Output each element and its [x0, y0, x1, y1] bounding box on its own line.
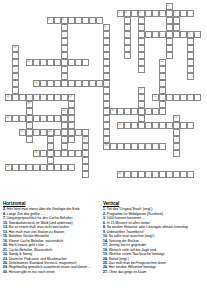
grid-cell[interactable]: 23: [103, 143, 110, 150]
clue-item: 12. Bei so einem muß man nicht weit lauf…: [3, 225, 97, 229]
clue-text: Standardversteck im Wald (und anderswo): [9, 221, 73, 225]
grid-cell[interactable]: 3: [124, 10, 131, 17]
clue-item: 14. Tarnung der Büchse ...: [103, 239, 204, 243]
grid-cell[interactable]: [103, 101, 110, 108]
clue-text: Umgangssprachlich für den Cache-Behälter: [7, 216, 73, 220]
grid-cell[interactable]: [12, 59, 19, 66]
grid-cell[interactable]: [61, 115, 68, 122]
grid-cell[interactable]: 29: [5, 164, 12, 171]
grid-cell[interactable]: [166, 38, 173, 45]
grid-cell[interactable]: [82, 80, 89, 87]
grid-cell[interactable]: [187, 52, 194, 59]
grid-cell[interactable]: [124, 52, 131, 59]
grid-cell[interactable]: 9: [187, 31, 194, 38]
grid-cell[interactable]: [103, 94, 110, 101]
clue-item: 9. Unbezahlter Traumberuf: [103, 230, 204, 234]
grid-cell[interactable]: 26: [33, 150, 40, 157]
grid-cell[interactable]: [61, 31, 68, 38]
grid-cell[interactable]: [40, 59, 47, 66]
grid-cell[interactable]: [54, 164, 61, 171]
grid-cell[interactable]: [68, 108, 75, 115]
grid-cell[interactable]: [12, 66, 19, 73]
grid-cell[interactable]: [68, 115, 75, 122]
grid-cell[interactable]: 13: [5, 94, 12, 101]
grid-cell[interactable]: 8: [103, 24, 110, 31]
grid-cell[interactable]: [166, 94, 173, 101]
grid-cell[interactable]: [138, 45, 145, 52]
grid-cell[interactable]: [173, 129, 180, 136]
grid-cell[interactable]: [173, 150, 180, 157]
grid-cell[interactable]: [68, 129, 75, 136]
grid-cell[interactable]: [47, 164, 54, 171]
clue-text: Rätsel (engl.): [109, 257, 129, 261]
grid-cell[interactable]: [75, 80, 82, 87]
grid-cell[interactable]: [131, 108, 138, 115]
grid-cell[interactable]: [159, 10, 166, 17]
grid-cell[interactable]: [173, 17, 180, 24]
grid-cell[interactable]: [173, 136, 180, 143]
clue-text: Wird bei einem 'Nachtcache' benötigt: [109, 252, 165, 256]
cell-number: 8: [104, 25, 106, 28]
grid-cell[interactable]: [40, 164, 47, 171]
clue-text: Teil des 'Original Stash' (engl.): [107, 207, 153, 211]
cell-number: 3: [125, 11, 127, 14]
grid-cell[interactable]: [82, 17, 89, 24]
cell-number: 1: [167, 4, 169, 7]
grid-cell[interactable]: [166, 52, 173, 59]
grid-cell[interactable]: [159, 31, 166, 38]
grid-cell[interactable]: 14: [159, 59, 166, 66]
grid-cell[interactable]: 19: [26, 101, 33, 108]
grid-cell[interactable]: 24: [61, 108, 68, 115]
crossword-page: { "game": "crossword (freeform German Kr…: [0, 0, 207, 300]
grid-cell[interactable]: [187, 38, 194, 45]
grid-cell[interactable]: 30: [117, 171, 124, 178]
clue-text: Hier lernt man etwas über die Geologie d…: [7, 207, 80, 211]
clue-item: 21. Cache-Behälter, Wasserdicht: [3, 248, 97, 252]
cell-number: 19: [27, 102, 30, 105]
grid-cell[interactable]: [54, 80, 61, 87]
grid-cell[interactable]: [103, 108, 110, 115]
grid-cell[interactable]: [54, 115, 61, 122]
grid-cell[interactable]: [194, 94, 201, 101]
cell-number: 24: [62, 109, 65, 112]
grid-cell[interactable]: [82, 129, 89, 136]
grid-cell[interactable]: [103, 45, 110, 52]
grid-cell[interactable]: [33, 115, 40, 122]
clue-text: Unliebsames Standard-Versteck, magnetisc…: [9, 261, 77, 265]
grid-cell[interactable]: [19, 94, 26, 101]
grid-cell[interactable]: [103, 52, 110, 59]
grid-cell[interactable]: [159, 73, 166, 80]
grid-cell[interactable]: [12, 52, 19, 59]
grid-cell[interactable]: [75, 59, 82, 66]
grid-cell[interactable]: [187, 73, 194, 80]
grid-cell[interactable]: [152, 143, 159, 150]
clue-item: 3. 1000 können bestimmt ...: [103, 216, 204, 220]
grid-cell[interactable]: [54, 150, 61, 157]
grid-cell[interactable]: [124, 122, 131, 129]
cell-number: 27: [83, 137, 86, 140]
grid-cell[interactable]: 10: [12, 45, 19, 52]
grid-cell[interactable]: [187, 59, 194, 66]
grid-cell[interactable]: [103, 73, 110, 80]
grid-cell[interactable]: [166, 17, 173, 24]
clue-text: In 15 Minuten ist alles vorbei: [107, 221, 150, 225]
grid-cell[interactable]: [68, 80, 75, 87]
grid-cell[interactable]: [33, 129, 40, 136]
grid-cell[interactable]: [26, 136, 33, 143]
grid-cell[interactable]: 16: [110, 108, 117, 115]
clue-text: So sollte man tauschen (engl.): [109, 234, 155, 238]
grid-cell[interactable]: 25: [173, 115, 180, 122]
grid-cell[interactable]: 5: [138, 10, 145, 17]
grid-cell[interactable]: [61, 66, 68, 73]
grid-cell[interactable]: [47, 157, 54, 164]
grid-cell[interactable]: [12, 87, 19, 94]
clue-text: Hier werden Hilfsmittel benötigt: [109, 265, 156, 269]
clue-text: Tarnung der Büchse ...: [109, 239, 143, 243]
grid-cell[interactable]: [138, 115, 145, 122]
grid-cell[interactable]: [12, 80, 19, 87]
grid-cell[interactable]: 1: [166, 3, 173, 10]
grid-cell[interactable]: [82, 164, 89, 171]
grid-cell[interactable]: [61, 164, 68, 171]
grid-cell[interactable]: [138, 143, 145, 150]
grid-cell[interactable]: [173, 171, 180, 178]
grid-cell[interactable]: [138, 101, 145, 108]
grid-cell[interactable]: [103, 115, 110, 122]
grid-cell[interactable]: [124, 17, 131, 24]
grid-cell[interactable]: [33, 164, 40, 171]
grid-cell[interactable]: [26, 164, 33, 171]
grid-cell[interactable]: [124, 45, 131, 52]
clue-item: 10. Standardversteck im Wald (und anders…: [3, 221, 97, 225]
grid-cell[interactable]: [187, 10, 194, 17]
grid-cell[interactable]: [82, 171, 89, 178]
grid-cell[interactable]: [68, 122, 75, 129]
down-heading: Vertical: [103, 201, 204, 206]
grid-cell[interactable]: [68, 59, 75, 66]
cell-number: 4: [48, 18, 50, 21]
grid-cell[interactable]: [47, 136, 54, 143]
grid-cell[interactable]: [159, 80, 166, 87]
grid-cell[interactable]: [82, 59, 89, 66]
grid-cell[interactable]: [26, 122, 33, 129]
grid-cell[interactable]: [152, 10, 159, 17]
clue-lists: Horizontal 2. Hier lernt man etwas über …: [0, 201, 207, 300]
grid-cell[interactable]: [26, 108, 33, 115]
grid-cell[interactable]: [124, 38, 131, 45]
grid-cell[interactable]: [173, 94, 180, 101]
grid-cell[interactable]: [145, 10, 152, 17]
cell-number: 30: [118, 172, 121, 175]
clue-item: 4. Lange Zeit das größte ...: [3, 212, 97, 216]
grid-cell[interactable]: [33, 94, 40, 101]
grid-cell[interactable]: [131, 171, 138, 178]
grid-cell[interactable]: [54, 129, 61, 136]
grid-cell[interactable]: [40, 150, 47, 157]
grid-cell[interactable]: 18: [68, 94, 75, 101]
grid-cell[interactable]: [159, 122, 166, 129]
grid-cell[interactable]: [166, 122, 173, 129]
grid-cell[interactable]: [166, 24, 173, 31]
grid-cell[interactable]: [61, 59, 68, 66]
cell-number: 7: [146, 32, 148, 35]
grid-cell[interactable]: [166, 31, 173, 38]
grid-cell[interactable]: [138, 66, 145, 73]
grid-cell[interactable]: [82, 150, 89, 157]
grid-cell[interactable]: [166, 10, 173, 17]
grid-cell[interactable]: [187, 45, 194, 52]
clue-text: 1000 können bestimmt ...: [107, 216, 145, 220]
grid-cell[interactable]: [12, 164, 19, 171]
clue-item: 1. Teil des 'Original Stash' (engl.): [103, 207, 204, 211]
grid-cell[interactable]: [159, 171, 166, 178]
clue-item: 18. Wonach viele auf der Jagd sind: [103, 248, 204, 252]
grid-cell[interactable]: [187, 171, 194, 178]
clue-item: 7. Umgangssprachlich für den Cache-Behäl…: [3, 216, 97, 220]
grid-cell[interactable]: 10: [26, 59, 33, 66]
clue-text: Deutsche Podcaster und Musikmacher: [9, 257, 67, 261]
grid-cell[interactable]: 20: [5, 115, 12, 122]
grid-cell[interactable]: [138, 122, 145, 129]
grid-cell[interactable]: [138, 94, 145, 101]
clue-text: Kleiner Cache-Behälter, wasserdicht: [9, 239, 64, 243]
grid-cell[interactable]: [180, 171, 187, 178]
clue-item: 24. Rätsel (engl.): [103, 257, 204, 261]
grid-cell[interactable]: [82, 157, 89, 164]
cell-number: 2: [174, 11, 176, 14]
grid-cell[interactable]: [103, 66, 110, 73]
grid-cell[interactable]: [138, 52, 145, 59]
grid-cell[interactable]: [131, 10, 138, 17]
grid-cell[interactable]: [152, 31, 159, 38]
grid-cell[interactable]: [159, 101, 166, 108]
clue-text: Hiervon gibt es nur noch einen: [9, 270, 55, 274]
grid-cell[interactable]: [47, 80, 54, 87]
grid-cell[interactable]: [131, 143, 138, 150]
cell-number: 14: [160, 60, 163, 63]
grid-cell[interactable]: [103, 87, 110, 94]
clue-text: Wonach viele auf der Jagd sind: [109, 248, 156, 252]
grid-cell[interactable]: 6: [61, 17, 68, 24]
grid-cell[interactable]: [89, 17, 96, 24]
grid-cell[interactable]: [103, 136, 110, 143]
clue-item: 26. Hier werden Hilfsmittel benötigt: [103, 265, 204, 269]
grid-cell[interactable]: [173, 143, 180, 150]
grid-cell[interactable]: [75, 150, 82, 157]
grid-cell[interactable]: [180, 31, 187, 38]
grid-cell[interactable]: [103, 31, 110, 38]
grid-cell[interactable]: [12, 115, 19, 122]
grid-cell[interactable]: [61, 136, 68, 143]
grid-cell[interactable]: [187, 122, 194, 129]
crossword-grid: 2352467910121318151620212226232629301810…: [0, 0, 207, 196]
grid-cell[interactable]: [180, 10, 187, 17]
grid-cell[interactable]: 26: [47, 129, 54, 136]
grid-cell[interactable]: [152, 122, 159, 129]
cell-number: 26: [48, 130, 51, 133]
grid-cell[interactable]: [159, 66, 166, 73]
grid-cell[interactable]: [159, 94, 166, 101]
grid-cell[interactable]: [61, 150, 68, 157]
grid-cell[interactable]: [12, 73, 19, 80]
grid-cell[interactable]: [61, 80, 68, 87]
grid-cell[interactable]: [173, 24, 180, 31]
grid-cell[interactable]: [68, 17, 75, 24]
grid-cell[interactable]: [110, 143, 117, 150]
clue-item: 22. Sandy & Sonny: [3, 252, 97, 256]
grid-cell[interactable]: [138, 59, 145, 66]
grid-cell[interactable]: [61, 73, 68, 80]
grid-cell[interactable]: [75, 129, 82, 136]
clue-item: 15. Beliebter Geräte-Hersteller: [3, 234, 97, 238]
grid-cell[interactable]: [61, 52, 68, 59]
clue-text: Hoch hinaus geht's hier ...: [9, 243, 48, 247]
cell-number: 21: [118, 123, 121, 126]
grid-cell[interactable]: [145, 108, 152, 115]
grid-cell[interactable]: [103, 129, 110, 136]
grid-cell[interactable]: [47, 150, 54, 157]
grid-cell[interactable]: [166, 45, 173, 52]
cell-number: 13: [6, 95, 9, 98]
grid-cell[interactable]: [96, 80, 103, 87]
grid-cell[interactable]: 2: [117, 10, 124, 17]
grid-cell[interactable]: 22: [19, 129, 26, 136]
grid-cell[interactable]: 12: [33, 80, 40, 87]
grid-cell[interactable]: [26, 94, 33, 101]
grid-cell[interactable]: [47, 59, 54, 66]
down-clue-list: 1. Teil des 'Original Stash' (engl.)2. P…: [103, 207, 204, 274]
grid-cell[interactable]: [145, 143, 152, 150]
grid-cell[interactable]: [173, 122, 180, 129]
grid-cell[interactable]: [138, 108, 145, 115]
grid-cell[interactable]: [103, 59, 110, 66]
clue-item: 2. Hier lernt man etwas über die Geologi…: [3, 207, 97, 211]
grid-cell[interactable]: [40, 94, 47, 101]
clue-text: Hier muß man von Station zu Station: [9, 230, 64, 234]
clue-item: 19. Wird bei einem 'Nachtcache' benötigt: [103, 252, 204, 256]
grid-cell[interactable]: [61, 143, 68, 150]
grid-cell[interactable]: [103, 122, 110, 129]
across-heading: Horizontal: [3, 201, 97, 206]
grid-cell[interactable]: [131, 122, 138, 129]
grid-cell[interactable]: [96, 17, 103, 24]
grid-cell[interactable]: [68, 136, 75, 143]
grid-cell[interactable]: [124, 108, 131, 115]
grid-cell[interactable]: [166, 171, 173, 178]
grid-cell[interactable]: [61, 122, 68, 129]
grid-cell[interactable]: [194, 31, 201, 38]
grid-cell[interactable]: [180, 122, 187, 129]
grid-cell[interactable]: [145, 171, 152, 178]
grid-cell[interactable]: [61, 94, 68, 101]
grid-cell[interactable]: [40, 115, 47, 122]
grid-cell[interactable]: [61, 24, 68, 31]
grid-cell[interactable]: 7: [145, 31, 152, 38]
grid-cell[interactable]: [33, 59, 40, 66]
grid-cell[interactable]: [12, 94, 19, 101]
grid-cell[interactable]: [61, 38, 68, 45]
grid-cell[interactable]: [19, 164, 26, 171]
cell-number: 12: [34, 81, 37, 84]
grid-cell[interactable]: [68, 101, 75, 108]
clue-item: 29. Regelmäßig gemütlich zusammen sitzen…: [3, 265, 97, 269]
grid-cell[interactable]: [124, 143, 131, 150]
grid-cell[interactable]: [138, 24, 145, 31]
grid-cell[interactable]: [47, 143, 54, 150]
clue-item: 2. Programm für Mobilgeräte (Kurzform): [103, 212, 204, 216]
grid-cell[interactable]: [138, 38, 145, 45]
grid-cell[interactable]: 2: [173, 10, 180, 17]
cell-number: 26: [34, 151, 37, 154]
grid-cell[interactable]: 15: [152, 94, 159, 101]
grid-cell[interactable]: [47, 115, 54, 122]
grid-cell[interactable]: 21: [117, 122, 124, 129]
grid-cell[interactable]: [124, 171, 131, 178]
grid-cell[interactable]: [89, 80, 96, 87]
clue-item: 25. Das muß man bei Fragezeichen lösen: [103, 261, 204, 265]
cell-number: 9: [188, 32, 190, 35]
cell-number: 20: [6, 116, 9, 119]
cell-number: 15: [153, 95, 156, 98]
cell-number: 22: [20, 130, 23, 133]
clue-item: 6. In 15 Minuten ist alles vorbei: [103, 221, 204, 225]
grid-cell[interactable]: [138, 171, 145, 178]
grid-cell[interactable]: [117, 108, 124, 115]
grid-cell[interactable]: 4: [47, 17, 54, 24]
grid-cell[interactable]: [124, 24, 131, 31]
grid-cell[interactable]: [103, 38, 110, 45]
grid-cell[interactable]: [103, 80, 110, 87]
grid-cell[interactable]: 17: [138, 87, 145, 94]
grid-cell[interactable]: [159, 87, 166, 94]
grid-cell[interactable]: [61, 45, 68, 52]
grid-cell[interactable]: [138, 17, 145, 24]
grid-cell[interactable]: [54, 17, 61, 24]
grid-cell[interactable]: [138, 31, 145, 38]
grid-cell[interactable]: [117, 143, 124, 150]
grid-cell[interactable]: [159, 108, 166, 115]
grid-cell[interactable]: [159, 143, 166, 150]
grid-cell[interactable]: [75, 17, 82, 24]
grid-cell[interactable]: [26, 115, 33, 122]
across-clues-column: Horizontal 2. Hier lernt man etwas über …: [0, 201, 101, 300]
grid-cell[interactable]: [124, 31, 131, 38]
grid-cell[interactable]: [152, 171, 159, 178]
grid-cell[interactable]: [54, 59, 61, 66]
grid-cell[interactable]: 27: [82, 136, 89, 143]
grid-cell[interactable]: [82, 143, 89, 150]
grid-cell[interactable]: [68, 164, 75, 171]
grid-cell[interactable]: [61, 129, 68, 136]
grid-cell[interactable]: [152, 108, 159, 115]
grid-cell[interactable]: [145, 122, 152, 129]
clue-text: Jeremy hat es gegründet: [109, 243, 147, 247]
grid-cell[interactable]: [40, 129, 47, 136]
grid-cell[interactable]: [54, 94, 61, 101]
grid-cell[interactable]: [68, 150, 75, 157]
grid-cell[interactable]: [40, 80, 47, 87]
grid-cell[interactable]: [187, 66, 194, 73]
grid-cell[interactable]: [47, 94, 54, 101]
grid-cell[interactable]: [26, 129, 33, 136]
grid-cell[interactable]: [173, 31, 180, 38]
grid-cell[interactable]: [187, 94, 194, 101]
grid-cell[interactable]: [180, 94, 187, 101]
grid-cell[interactable]: [19, 115, 26, 122]
